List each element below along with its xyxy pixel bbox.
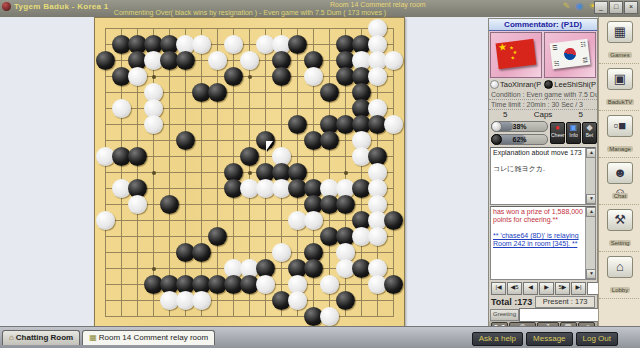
explanation-title: Explanation about move 173 [493,149,585,157]
white-stone [224,35,243,54]
window-buttons: _□× [594,1,638,14]
white-stone [304,67,323,86]
room-tabs: ⌂Chatting Room▦Room 14 Comment relay roo… [2,330,215,345]
captures-row: 5 Caps 5 [489,110,597,120]
black-stone [384,275,403,294]
white-stone [304,211,323,230]
message-button[interactable]: Message [526,332,572,346]
white-stone [144,115,163,134]
black-stone [224,67,243,86]
chat-lines: has won a prize of 1,588,000 points for … [493,208,585,248]
black-stone [176,131,195,150]
white-stone [112,99,131,118]
cheer-buttons: ●Cheer▣Info◆Bet [550,120,597,146]
taegeuk-symbol [563,47,577,61]
white-stone [368,227,387,246]
white-stone [128,67,147,86]
support-zone: 38%62% ●Cheer▣Info◆Bet [489,120,597,146]
chat-message: has won a prize of 1,588,000 points for … [493,208,585,224]
nav-buttons: |◀◀5◀▶5▶▶| [491,282,586,295]
toolbar-item-label: Lobby [610,287,630,293]
black-stone-icon [544,80,553,89]
tab-chatting-room[interactable]: ⌂Chatting Room [2,330,80,345]
move-count-row: Total :173 Present : 173 [489,295,597,308]
nav-button[interactable]: ▶ [539,282,554,295]
white-stone [272,243,291,262]
chat-box: has won a prize of 1,588,000 points for … [490,206,596,280]
time-limit-line: Time limit : 20min : 30 Sec / 3 [489,100,597,110]
title-bar: Tygem Baduk - Korea 1 Room 14 Comment re… [0,0,640,17]
toolbar-item-label: Chat [612,193,629,199]
mouse-cursor [266,141,273,151]
toolbar-item-setting[interactable]: ⚒Setting [599,205,640,252]
scroll-up-icon[interactable]: ▲ [586,148,596,158]
home-icon: ⌂ [9,333,14,342]
white-stone [384,115,403,134]
greeting-row: Greeting [489,308,597,321]
white-stone [192,35,211,54]
bottom-bar: ⌂Chatting Room▦Room 14 Comment relay roo… [0,326,640,348]
info-button[interactable]: ▣Info [566,122,581,144]
korea-flag: ☰ ☷ ☵ ☲ [544,32,596,78]
black-stone [192,243,211,262]
support-bars: 38%62% [489,120,550,146]
nav-button[interactable]: 5▶ [555,282,570,295]
black-stone [128,147,147,166]
explanation-body: コレに雑ヨクカ. [493,165,585,173]
toolbar-item-label: Manage [607,146,633,152]
black-stone [320,131,339,150]
toolbar-item-label: Games [608,52,631,58]
nav-button[interactable]: ◀ [523,282,538,295]
condition-line: Condition : Even game with 7.5 Dum [489,90,597,100]
edit-icon[interactable]: ✎ [561,1,572,12]
white-stone [240,51,259,70]
black-stone [272,67,291,86]
scroll-down-icon[interactable]: ▼ [586,269,596,279]
log-out-button[interactable]: Log Out [576,332,618,346]
room-name: Room 14 Comment relay room [330,1,426,8]
white-stone-icon [490,80,499,89]
greeting-label: Greeting [490,309,519,321]
star-point [152,171,156,175]
total-moves: Total :173 [491,297,532,307]
black-knob [491,134,502,145]
china-flag: ★ ★ ★ ★ [490,32,542,78]
close-button[interactable]: × [624,1,638,14]
white-player-name: TaoXinran(P [500,80,541,89]
black-stone [208,227,227,246]
commentator-header: Commentator: (P1D) [489,19,597,31]
baduktv-icon: ▣ [607,68,633,90]
white-stone [256,275,275,294]
black-player-name: LeeShiShi(P [554,80,596,89]
toolbar-item-lobby[interactable]: ⌂Lobby [599,252,640,299]
black-player[interactable]: LeeShiShi(P [544,79,596,90]
game-status-line: Commenting Over( black wins by resignati… [0,9,500,16]
ask-a-help-button[interactable]: Ask a help [472,332,523,346]
nav-button[interactable]: |◀ [491,282,506,295]
scroll-down-icon[interactable]: ▼ [586,194,596,204]
setting-icon: ⚒ [607,209,633,231]
white-stone [288,291,307,310]
toolbar-item-label: Setting [609,240,632,246]
white-stone [96,211,115,230]
white-stone [192,291,211,310]
white-stone [128,195,147,214]
captures-label: Caps [534,110,553,120]
lobby-icon: ⌂ [607,256,633,278]
black-stone [288,35,307,54]
china-flag-image: ★ ★ ★ ★ [496,39,537,69]
star-point [152,75,156,79]
black-stone [240,147,259,166]
games-icon: ▦ [607,21,633,43]
white-stone [320,275,339,294]
white-player[interactable]: TaoXinran(P [490,79,541,90]
tab-relay-room[interactable]: ▦Room 14 Comment relay room [82,330,215,345]
black-captures: 5 [579,110,583,120]
white-captures: 5 [503,110,507,120]
black-stone [288,115,307,134]
nav-button[interactable]: ▶| [571,282,586,295]
white-stone [384,51,403,70]
move-navigation: |◀◀5◀▶5▶▶| [489,281,597,295]
chat-icon: ☻☺ [607,162,633,184]
side-toolbar: ▦Games▣BadukTV▫■Manage☻☺Chat⚒Setting⌂Lob… [598,17,640,332]
explanation-box: Explanation about move 173 コレに雑ヨクカ. ▲ ▼ [490,147,596,205]
present-move: Present : 173 [535,296,595,308]
restore-button[interactable]: □ [609,1,623,14]
players-row: TaoXinran(P LeeShiShi(P [489,79,597,90]
black-stone [384,211,403,230]
chat-link-message[interactable]: ** 'chase64 (8D)' is relaying Room 242 i… [493,232,585,248]
black-stone [336,291,355,310]
star-point [344,171,348,175]
black-stone [160,195,179,214]
minimize-button[interactable]: _ [594,1,608,14]
cheer-button[interactable]: ●Cheer [550,122,565,144]
white-knob [491,121,502,132]
bottom-buttons: Ask a helpMessageLog Out [472,332,618,346]
toolbar-item-manage[interactable]: ▫■Manage [599,111,640,158]
bet-button[interactable]: ◆Bet [582,122,597,144]
toolbar-item-baduktv[interactable]: ▣BadukTV [599,64,640,111]
black-stone [176,51,195,70]
black-stone [320,83,339,102]
white-stone [368,67,387,86]
go-board[interactable] [94,17,405,328]
search-icon[interactable]: ◉ [574,1,585,12]
black-stone [96,51,115,70]
commentary-panel: Commentator: (P1D) ★ ★ ★ ★ ☰ ☷ ☵ ☲ TaoXi… [488,18,598,326]
black-stone [304,259,323,278]
white-stone [208,51,227,70]
explanation-scrollbar[interactable]: ▲ ▼ [585,148,595,204]
star-point [152,267,156,271]
black-support-bar: 62% [491,134,548,145]
korea-flag-image: ☰ ☷ ☵ ☲ [550,39,591,69]
chat-scrollbar[interactable]: ▲ ▼ [585,207,595,279]
manage-icon: ▫■ [607,115,633,137]
toolbar-item-chat[interactable]: ☻☺Chat [599,158,640,205]
star-point [248,171,252,175]
white-support-bar: 38% [491,121,548,132]
scroll-up-icon[interactable]: ▲ [586,207,596,217]
toolbar-item-label: BadukTV [606,99,635,105]
black-stone [208,83,227,102]
toolbar-item-games[interactable]: ▦Games [599,17,640,64]
black-stone [336,195,355,214]
titlebar-icons: ✎◉☀ [561,1,598,12]
board-icon: ▦ [89,333,97,342]
white-stone [320,307,339,326]
nav-button[interactable]: ◀5 [507,282,522,295]
star-point [248,75,252,79]
flags-area: ★ ★ ★ ★ ☰ ☷ ☵ ☲ [489,31,597,79]
